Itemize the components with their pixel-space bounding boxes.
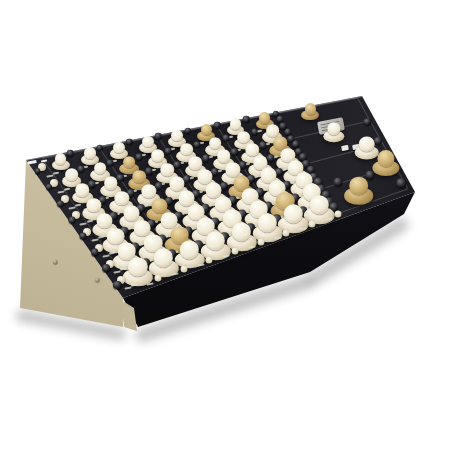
knob-cap [232,222,251,241]
knob-cap [217,150,231,163]
knob-cap [189,156,203,169]
output-knob-2[interactable] [323,122,344,142]
knob-cap [180,240,199,259]
knob-cap [97,213,113,229]
matrix-knob-r8c1[interactable] [122,258,152,287]
col-trimmer-7 [309,220,316,227]
knob-cap [201,124,213,135]
knob-cap [76,183,90,196]
knob-cap [310,195,329,214]
knob-cap [84,148,96,159]
col-trimmer-5 [257,238,264,245]
knob-cap [230,118,242,129]
knob-cap [305,103,317,114]
left-jack-6 [91,248,99,256]
knob-cap [142,136,154,147]
output-jack-col-1 [277,116,284,123]
col-trimmer-3 [206,256,213,263]
knob-cap [142,184,157,199]
knob-cap [114,191,129,206]
knob-cap [132,170,146,183]
knob-cap [104,176,118,189]
output-jack-4 [396,178,406,188]
knob-cap [124,205,140,221]
knob-cap [258,213,277,232]
left-jack-1 [35,168,41,174]
knob-cap [128,258,147,277]
knob-cap [170,177,185,192]
knob-cap [160,163,174,176]
side-screw-2 [95,278,100,283]
knob-cap [259,113,271,124]
output-jack-5 [334,177,343,186]
col-trimmer-2 [180,266,187,273]
output-knob-5[interactable] [344,176,374,204]
knob-cap [284,204,303,223]
knob-cap [206,231,225,250]
product-photo [0,0,452,452]
knob-cap [171,130,183,141]
col-trimmer-6 [283,229,290,236]
knob-cap [349,176,368,195]
output-knob-1[interactable] [301,103,319,120]
knob-cap [113,142,125,153]
left-jack-4 [68,216,75,223]
side-screw-1 [53,260,58,265]
knob-cap [154,249,173,268]
left-jack-7 [102,265,110,273]
col-trimmer-8 [334,211,341,218]
output-knob-4[interactable] [372,150,399,176]
col-trimmer-1 [154,275,161,282]
col-trimmer-4 [232,247,239,254]
knob-cap [86,198,101,213]
knob-cap [55,153,67,164]
